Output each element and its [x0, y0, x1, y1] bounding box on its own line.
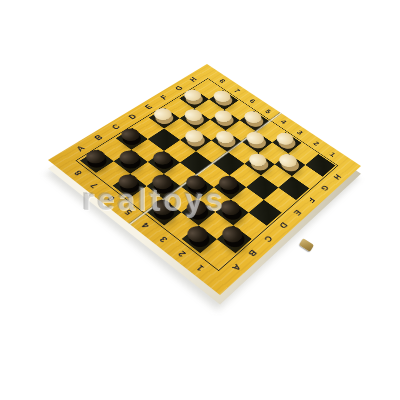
product-photo-scene: AA88BB77CC66DD55EE44FF33GG22HH11 realtoy…	[0, 0, 400, 400]
brass-latch	[299, 238, 314, 252]
watermark-text: realtoys	[82, 182, 332, 218]
playing-field-border	[76, 78, 339, 271]
checkers-board: AA88BB77CC66DD55EE44FF33GG22HH11	[48, 64, 361, 295]
board-grid	[79, 80, 334, 267]
